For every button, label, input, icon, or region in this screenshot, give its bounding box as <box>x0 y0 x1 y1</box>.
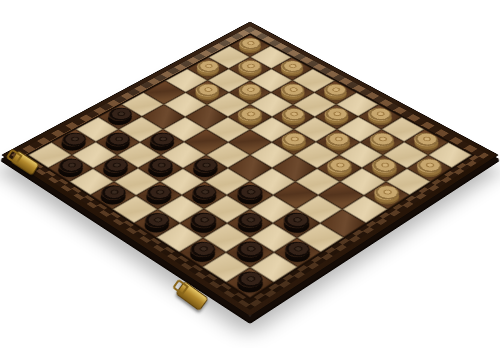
checker-glyph: ⛀ <box>420 161 437 171</box>
checker-glyph: ⛂ <box>154 135 171 145</box>
board-grid: ⛀⛀⛀⛀⛀⛀⛀⛀⛀⛀⛀⛀⛀⛀⛀⛀⛀⛀⛀⛀⛂⛂⛂⛂⛂⛂⛂⛂⛂⛂⛂⛂⛂⛂⛂⛂⛂⛂⛂⛂ <box>25 33 475 299</box>
checker-glyph: ⛀ <box>284 86 300 95</box>
checker-glyph: ⛂ <box>149 215 167 226</box>
checker-glyph: ⛀ <box>327 86 343 95</box>
checker-glyph: ⛀ <box>200 62 216 71</box>
checker-glyph: ⛂ <box>288 244 306 255</box>
checker-glyph: ⛂ <box>196 187 213 197</box>
light-checker[interactable]: ⛀ <box>235 36 265 53</box>
checker-glyph: ⛀ <box>328 110 344 119</box>
checker-glyph: ⛂ <box>63 161 80 171</box>
scene: ⛀⛀⛀⛀⛀⛀⛀⛀⛀⛀⛀⛀⛀⛀⛀⛀⛀⛀⛀⛀⛂⛂⛂⛂⛂⛂⛂⛂⛂⛂⛂⛂⛂⛂⛂⛂⛂⛂⛂⛂ <box>0 0 500 348</box>
checker-glyph: ⛂ <box>152 161 169 171</box>
checker-glyph: ⛂ <box>288 215 306 226</box>
checker-glyph: ⛀ <box>331 161 348 171</box>
checker-glyph: ⛂ <box>105 187 122 197</box>
checker-glyph: ⛂ <box>241 215 259 226</box>
checker-glyph: ⛀ <box>286 135 303 145</box>
checker-glyph: ⛂ <box>194 244 212 255</box>
checker-glyph: ⛂ <box>110 135 127 145</box>
checker-glyph: ⛂ <box>241 244 259 255</box>
border-mosaic: ⛀⛀⛀⛀⛀⛀⛀⛀⛀⛀⛀⛀⛀⛀⛀⛀⛀⛀⛀⛀⛂⛂⛂⛂⛂⛂⛂⛂⛂⛂⛂⛂⛂⛂⛂⛂⛂⛂⛂⛂ <box>11 26 489 309</box>
checker-glyph: ⛂ <box>241 274 259 286</box>
checker-glyph: ⛀ <box>371 110 387 119</box>
checker-glyph: ⛂ <box>107 161 124 171</box>
checker-glyph: ⛂ <box>195 215 213 226</box>
checker-glyph: ⛀ <box>242 40 258 49</box>
checker-glyph: ⛂ <box>66 135 83 145</box>
checker-glyph: ⛀ <box>378 187 395 197</box>
checker-glyph: ⛂ <box>241 187 258 197</box>
checker-glyph: ⛂ <box>197 161 214 171</box>
checker-glyph: ⛀ <box>418 135 435 145</box>
checker-glyph: ⛂ <box>112 110 129 119</box>
checker-glyph: ⛀ <box>199 86 215 95</box>
checker-glyph: ⛀ <box>376 161 393 171</box>
checker-glyph: ⛂ <box>150 187 167 197</box>
checker-glyph: ⛀ <box>284 62 300 71</box>
checker-glyph: ⛀ <box>285 110 301 119</box>
checker-glyph: ⛀ <box>242 86 258 95</box>
draughts-board: ⛀⛀⛀⛀⛀⛀⛀⛀⛀⛀⛀⛀⛀⛀⛀⛀⛀⛀⛀⛀⛂⛂⛂⛂⛂⛂⛂⛂⛂⛂⛂⛂⛂⛂⛂⛂⛂⛂⛂⛂ <box>1 22 499 317</box>
checker-glyph: ⛀ <box>242 110 258 119</box>
checker-glyph: ⛀ <box>374 135 391 145</box>
checker-glyph: ⛀ <box>330 135 347 145</box>
checker-glyph: ⛀ <box>242 62 258 71</box>
